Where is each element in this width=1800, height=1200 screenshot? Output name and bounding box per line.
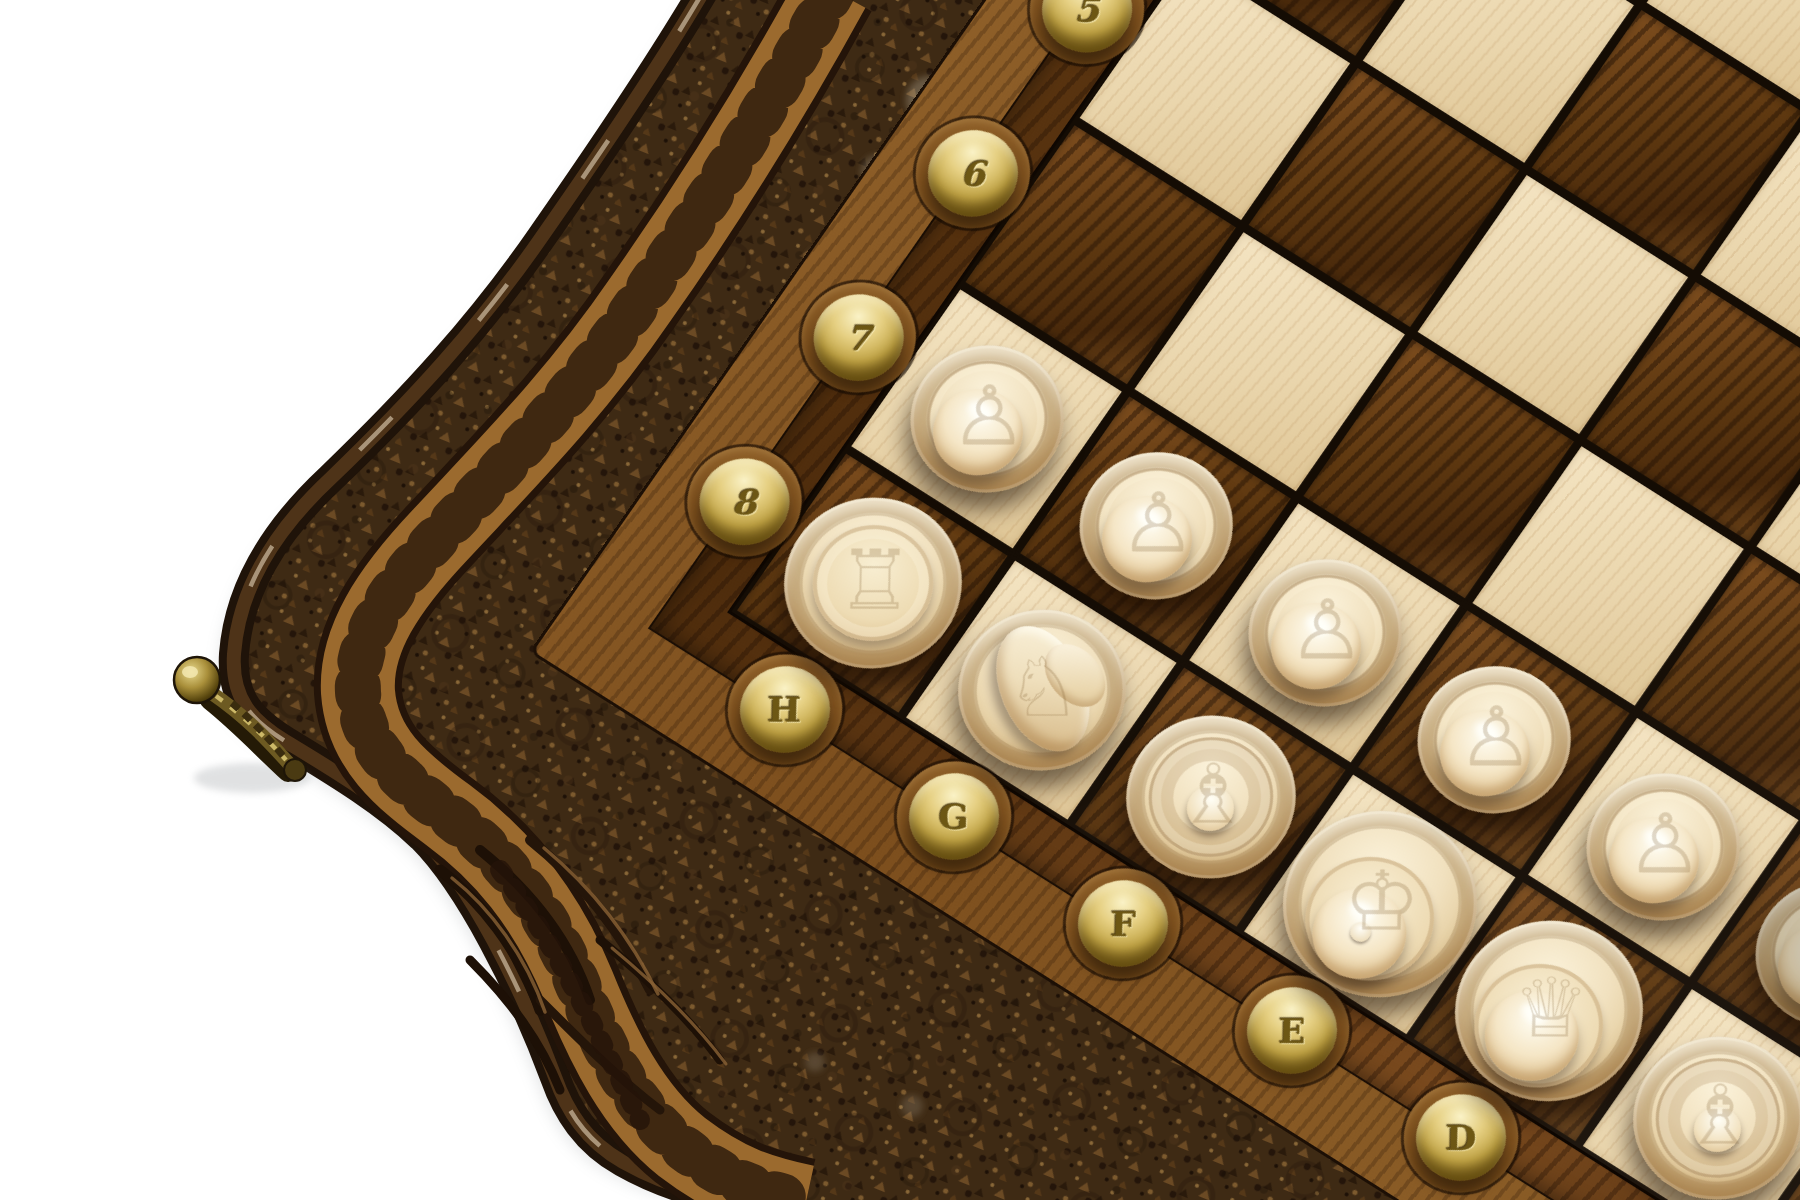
white-pawn-glyph: ♙: [950, 375, 1028, 457]
engraved-label: G: [938, 796, 969, 836]
photo-stage: 5678HGFED ♖♘♗♔♕♗♙♙♙♙♙♙: [0, 0, 1800, 1200]
engraved-label: 5: [1074, 0, 1100, 29]
engraved-label: D: [1445, 1117, 1477, 1157]
white-pawn-glyph: ♙: [1626, 803, 1704, 885]
engraved-label: 8: [732, 482, 758, 522]
white-rook-glyph: ♖: [836, 539, 914, 621]
white-pawn-glyph: ♙: [1795, 910, 1800, 992]
white-pawn-glyph: ♙: [1457, 696, 1535, 778]
white-bishop-glyph: ♗: [1174, 753, 1252, 835]
engraved-label: 6: [960, 153, 986, 193]
white-queen-glyph: ♕: [1512, 967, 1590, 1049]
engraved-label: F: [1110, 903, 1136, 943]
white-bishop-glyph: ♗: [1681, 1074, 1759, 1156]
white-king-glyph: ♔: [1343, 860, 1421, 942]
engraved-label: 7: [846, 317, 872, 357]
white-pawn-glyph: ♙: [1288, 589, 1366, 671]
engraved-label: H: [768, 689, 802, 729]
engraved-label: E: [1278, 1010, 1306, 1050]
white-knight-glyph: ♘: [1005, 646, 1083, 728]
white-pawn-glyph: ♙: [1119, 482, 1197, 564]
